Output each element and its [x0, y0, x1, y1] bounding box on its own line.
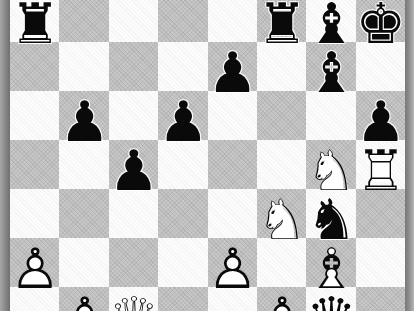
square-h8[interactable]: ♚	[356, 0, 405, 42]
square-d3[interactable]	[158, 238, 207, 287]
square-a6[interactable]	[10, 91, 59, 140]
square-h5[interactable]: ♜♖	[356, 140, 405, 189]
square-d2[interactable]	[158, 287, 207, 311]
square-b5[interactable]	[59, 140, 108, 189]
square-b3[interactable]	[59, 238, 108, 287]
square-c4[interactable]	[109, 189, 158, 238]
board-border-left	[0, 0, 10, 311]
square-g6[interactable]	[306, 91, 355, 140]
square-d5[interactable]	[158, 140, 207, 189]
square-h2[interactable]	[356, 287, 405, 311]
square-g2[interactable]: ♛	[306, 287, 355, 311]
queen-glyph: ♕	[109, 285, 159, 311]
piece-white-queen: ♛♕	[109, 290, 158, 311]
square-g4[interactable]: ♞	[306, 189, 355, 238]
square-e8[interactable]	[208, 0, 257, 42]
square-d4[interactable]	[158, 189, 207, 238]
square-f7[interactable]	[257, 42, 306, 91]
square-f4[interactable]: ♞♘	[257, 189, 306, 238]
piece-black-queen: ♛	[306, 290, 355, 311]
piece-white-pawn: ♟♙	[257, 290, 306, 311]
square-e5[interactable]	[208, 140, 257, 189]
square-d7[interactable]	[158, 42, 207, 91]
queen-fill-layer: ♛	[109, 290, 158, 311]
square-c2[interactable]: ♛♕	[109, 287, 158, 311]
square-e4[interactable]	[208, 189, 257, 238]
chess-diagram: ♜♜♝♚♟♝♟♟♟♟♞♘♜♖♞♘♞♟♙♟♙♝♗♟♙♛♕♟♙♛	[0, 0, 414, 311]
square-c3[interactable]	[109, 238, 158, 287]
square-e3[interactable]: ♟♙	[208, 238, 257, 287]
square-h6[interactable]: ♟	[356, 91, 405, 140]
pawn-fill-layer: ♟	[257, 290, 306, 311]
board-border-right	[405, 0, 414, 311]
pawn-fill-layer: ♟	[59, 290, 108, 311]
square-a7[interactable]	[10, 42, 59, 91]
square-d6[interactable]: ♟	[158, 91, 207, 140]
square-f5[interactable]	[257, 140, 306, 189]
square-h4[interactable]	[356, 189, 405, 238]
square-c6[interactable]	[109, 91, 158, 140]
square-b4[interactable]	[59, 189, 108, 238]
square-e6[interactable]	[208, 91, 257, 140]
square-g5[interactable]: ♞♘	[306, 140, 355, 189]
square-g7[interactable]: ♝	[306, 42, 355, 91]
square-e7[interactable]: ♟	[208, 42, 257, 91]
square-c8[interactable]	[109, 0, 158, 42]
square-b2[interactable]: ♟♙	[59, 287, 108, 311]
chess-board: ♜♜♝♚♟♝♟♟♟♟♞♘♜♖♞♘♞♟♙♟♙♝♗♟♙♛♕♟♙♛	[10, 0, 405, 311]
square-a8[interactable]: ♜	[10, 0, 59, 42]
pawn-glyph: ♙	[59, 285, 109, 311]
square-c7[interactable]	[109, 42, 158, 91]
square-g3[interactable]: ♝♗	[306, 238, 355, 287]
square-b6[interactable]: ♟	[59, 91, 108, 140]
square-f2[interactable]: ♟♙	[257, 287, 306, 311]
square-g8[interactable]: ♝	[306, 0, 355, 42]
square-a5[interactable]	[10, 140, 59, 189]
square-d8[interactable]	[158, 0, 207, 42]
piece-white-pawn: ♟♙	[59, 290, 108, 311]
square-f3[interactable]	[257, 238, 306, 287]
square-h7[interactable]	[356, 42, 405, 91]
queen-glyph: ♛	[306, 285, 356, 311]
square-h3[interactable]	[356, 238, 405, 287]
square-b8[interactable]	[59, 0, 108, 42]
square-f6[interactable]	[257, 91, 306, 140]
square-a2[interactable]	[10, 287, 59, 311]
pawn-glyph: ♙	[257, 285, 307, 311]
square-b7[interactable]	[59, 42, 108, 91]
square-f8[interactable]: ♜	[257, 0, 306, 42]
square-c5[interactable]: ♟	[109, 140, 158, 189]
square-e2[interactable]	[208, 287, 257, 311]
square-a3[interactable]: ♟♙	[10, 238, 59, 287]
square-a4[interactable]	[10, 189, 59, 238]
